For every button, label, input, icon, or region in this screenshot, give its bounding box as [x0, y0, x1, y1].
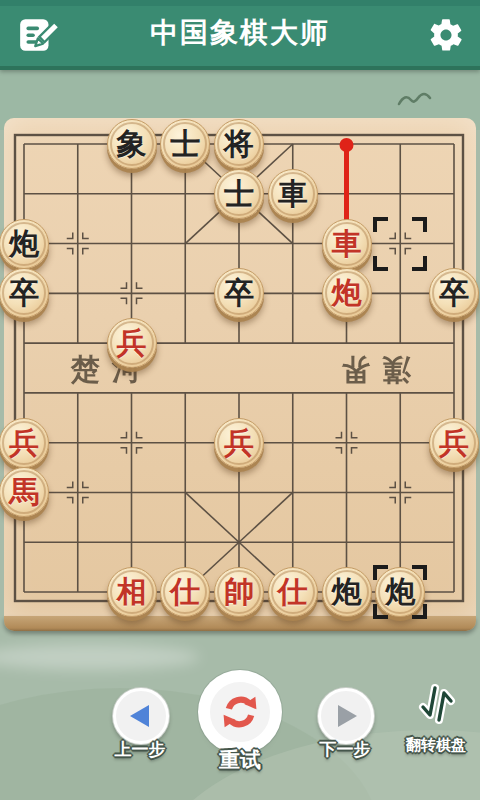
settings-gear-icon[interactable]: [424, 13, 468, 57]
piece-character: 卒: [224, 278, 254, 308]
flip-board-label: 翻转棋盘: [386, 736, 480, 755]
piece-character: 兵: [224, 428, 254, 458]
board-face[interactable]: 楚河 漢界 象士将士車炮車卒卒炮卒兵兵兵兵馬相仕帥仕炮炮: [4, 118, 476, 618]
piece-black-general[interactable]: 将: [214, 119, 264, 169]
next-step-button[interactable]: [318, 688, 374, 744]
status-bar: [0, 0, 480, 6]
play-right-triangle-icon: [338, 705, 357, 727]
piece-character: 相: [117, 577, 147, 607]
retry-button[interactable]: [206, 678, 274, 746]
piece-black-advisor[interactable]: 士: [214, 169, 264, 219]
piece-character: 兵: [9, 428, 39, 458]
piece-black-chariot[interactable]: 車: [268, 169, 318, 219]
bird-squiggle-icon: [397, 89, 437, 111]
piece-red-soldier[interactable]: 兵: [0, 418, 49, 468]
prev-step-label: 上一步: [90, 738, 190, 761]
piece-character: 仕: [170, 577, 200, 607]
piece-black-advisor[interactable]: 士: [160, 119, 210, 169]
piece-character: 馬: [9, 477, 39, 507]
piece-black-soldier[interactable]: 卒: [429, 268, 479, 318]
piece-character: 将: [224, 129, 254, 159]
piece-character: 兵: [439, 428, 469, 458]
piece-red-advisor[interactable]: 仕: [268, 567, 318, 617]
piece-black-soldier[interactable]: 卒: [214, 268, 264, 318]
next-step-label: 下一步: [295, 738, 395, 761]
piece-character: 車: [332, 229, 362, 259]
piece-character: 卒: [439, 278, 469, 308]
xiangqi-board[interactable]: 楚河 漢界 象士将士車炮車卒卒炮卒兵兵兵兵馬相仕帥仕炮炮: [4, 118, 476, 631]
river-label-right: 漢界: [310, 349, 430, 389]
piece-red-elephant[interactable]: 相: [107, 567, 157, 617]
piece-black-cannon[interactable]: 炮: [322, 567, 372, 617]
piece-character: 炮: [332, 278, 362, 308]
piece-character: 卒: [9, 278, 39, 308]
piece-black-elephant[interactable]: 象: [107, 119, 157, 169]
move-target-bracket: [373, 217, 427, 271]
app-title: 中国象棋大师: [0, 14, 480, 52]
piece-red-chariot[interactable]: 車: [322, 219, 372, 269]
prev-step-button[interactable]: [113, 688, 169, 744]
toolbar: 上一步 重试 下一步: [0, 660, 480, 800]
play-left-triangle-icon: [130, 705, 149, 727]
flip-board-button[interactable]: [418, 682, 456, 730]
move-target-bracket: [373, 565, 427, 619]
piece-character: 車: [278, 179, 308, 209]
app-screen: 中国象棋大师 楚河 漢界 象士将士車炮車卒卒炮卒兵兵兵兵馬: [0, 0, 480, 800]
edit-note-icon[interactable]: [16, 13, 60, 57]
refresh-arrows-icon: [222, 694, 258, 730]
piece-red-soldier[interactable]: 兵: [107, 318, 157, 368]
piece-red-soldier[interactable]: 兵: [214, 418, 264, 468]
piece-character: 兵: [117, 328, 147, 358]
piece-red-advisor[interactable]: 仕: [160, 567, 210, 617]
piece-character: 炮: [9, 229, 39, 259]
retry-label: 重试: [190, 746, 290, 774]
piece-character: 仕: [278, 577, 308, 607]
piece-character: 炮: [332, 577, 362, 607]
app-header: 中国象棋大师: [0, 0, 480, 70]
flip-board-arrows-icon: [418, 682, 456, 726]
piece-character: 士: [170, 129, 200, 159]
piece-red-cannon[interactable]: 炮: [322, 268, 372, 318]
piece-black-cannon[interactable]: 炮: [0, 219, 49, 269]
piece-red-general[interactable]: 帥: [214, 567, 264, 617]
piece-character: 帥: [224, 577, 254, 607]
piece-red-soldier[interactable]: 兵: [429, 418, 479, 468]
piece-character: 象: [117, 129, 147, 159]
piece-character: 士: [224, 179, 254, 209]
